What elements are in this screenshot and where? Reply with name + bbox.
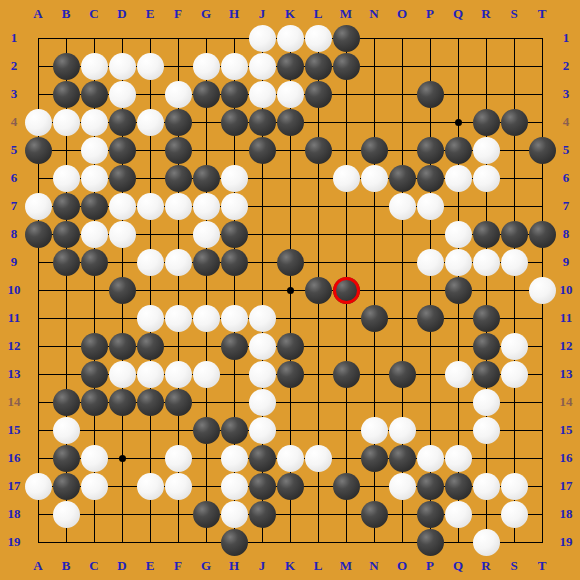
row-label-16: 16 (8, 450, 21, 466)
column-label-R: R (481, 6, 490, 22)
white-stone (445, 249, 472, 276)
black-stone (473, 333, 500, 360)
white-stone (501, 501, 528, 528)
row-label-7: 7 (11, 198, 18, 214)
column-label-F: F (174, 558, 182, 574)
row-label-11: 11 (560, 310, 572, 326)
black-stone (361, 305, 388, 332)
white-stone (137, 53, 164, 80)
row-label-17: 17 (560, 478, 573, 494)
white-stone (249, 53, 276, 80)
black-stone (417, 81, 444, 108)
column-label-E: E (146, 6, 155, 22)
go-board-window: AABBCCDDEEFFGGHHJJKKLLMMNNOOPPQQRRSSTT11… (0, 0, 580, 580)
column-label-K: K (285, 558, 295, 574)
white-stone (361, 165, 388, 192)
black-stone (445, 137, 472, 164)
black-stone (221, 221, 248, 248)
column-label-O: O (397, 6, 407, 22)
column-label-F: F (174, 6, 182, 22)
black-stone (361, 137, 388, 164)
white-stone (445, 501, 472, 528)
column-label-J: J (259, 6, 266, 22)
white-stone (277, 81, 304, 108)
grid-line-horizontal (38, 318, 543, 319)
white-stone (277, 445, 304, 472)
white-stone (249, 361, 276, 388)
black-stone (305, 81, 332, 108)
black-stone (221, 249, 248, 276)
column-label-O: O (397, 558, 407, 574)
white-stone (165, 305, 192, 332)
black-stone (53, 221, 80, 248)
white-stone (165, 473, 192, 500)
column-label-T: T (538, 558, 547, 574)
row-label-13: 13 (8, 366, 21, 382)
white-stone (137, 473, 164, 500)
black-stone (417, 501, 444, 528)
black-stone (53, 389, 80, 416)
white-stone (25, 473, 52, 500)
white-stone (445, 165, 472, 192)
row-label-6: 6 (563, 170, 570, 186)
white-stone (81, 165, 108, 192)
white-stone (53, 165, 80, 192)
white-stone (501, 361, 528, 388)
black-stone (333, 53, 360, 80)
row-label-19: 19 (560, 534, 573, 550)
row-label-9: 9 (11, 254, 18, 270)
white-stone (193, 193, 220, 220)
white-stone (361, 417, 388, 444)
white-stone (193, 305, 220, 332)
black-stone (473, 109, 500, 136)
white-stone (389, 473, 416, 500)
black-stone (277, 249, 304, 276)
column-label-N: N (369, 558, 378, 574)
white-stone (137, 193, 164, 220)
row-label-18: 18 (560, 506, 573, 522)
white-stone (389, 417, 416, 444)
column-label-T: T (538, 6, 547, 22)
column-label-E: E (146, 558, 155, 574)
black-stone (137, 389, 164, 416)
black-stone (305, 277, 332, 304)
white-stone (445, 221, 472, 248)
black-stone (109, 165, 136, 192)
column-label-G: G (201, 6, 211, 22)
column-label-S: S (510, 558, 517, 574)
row-label-6: 6 (11, 170, 18, 186)
black-stone (277, 361, 304, 388)
row-label-13: 13 (560, 366, 573, 382)
black-stone (277, 473, 304, 500)
column-label-C: C (89, 558, 98, 574)
black-stone (193, 81, 220, 108)
white-stone (165, 361, 192, 388)
black-stone (109, 137, 136, 164)
black-stone (221, 333, 248, 360)
black-stone (333, 361, 360, 388)
white-stone (109, 361, 136, 388)
black-stone (249, 473, 276, 500)
white-stone (277, 25, 304, 52)
white-stone (193, 361, 220, 388)
black-stone (221, 529, 248, 556)
black-stone (81, 193, 108, 220)
white-stone (165, 249, 192, 276)
black-stone (249, 109, 276, 136)
white-stone (501, 333, 528, 360)
black-stone (25, 221, 52, 248)
white-stone (221, 445, 248, 472)
white-stone (53, 417, 80, 444)
black-stone (277, 53, 304, 80)
column-label-M: M (340, 558, 352, 574)
black-stone (417, 529, 444, 556)
column-label-A: A (33, 558, 42, 574)
row-label-18: 18 (8, 506, 21, 522)
white-stone (249, 305, 276, 332)
white-stone (109, 221, 136, 248)
white-stone (137, 305, 164, 332)
row-label-16: 16 (560, 450, 573, 466)
black-stone (277, 109, 304, 136)
row-label-3: 3 (11, 86, 18, 102)
white-stone (473, 529, 500, 556)
black-stone (361, 501, 388, 528)
row-label-8: 8 (563, 226, 570, 242)
black-stone (445, 473, 472, 500)
white-stone (305, 25, 332, 52)
white-stone (193, 53, 220, 80)
white-stone (221, 53, 248, 80)
column-label-K: K (285, 6, 295, 22)
column-label-S: S (510, 6, 517, 22)
column-label-H: H (229, 558, 239, 574)
column-label-P: P (426, 6, 434, 22)
black-stone (249, 445, 276, 472)
row-label-4: 4 (11, 114, 18, 130)
black-stone (165, 137, 192, 164)
white-stone (417, 445, 444, 472)
row-label-8: 8 (11, 226, 18, 242)
row-label-19: 19 (8, 534, 21, 550)
row-label-4: 4 (563, 114, 570, 130)
black-stone (165, 389, 192, 416)
column-label-R: R (481, 558, 490, 574)
black-stone (53, 445, 80, 472)
row-label-11: 11 (8, 310, 20, 326)
black-stone (109, 389, 136, 416)
white-stone (81, 473, 108, 500)
white-stone (473, 137, 500, 164)
black-stone (193, 417, 220, 444)
column-label-N: N (369, 6, 378, 22)
black-stone (389, 165, 416, 192)
black-stone (193, 249, 220, 276)
white-stone (473, 389, 500, 416)
row-label-3: 3 (563, 86, 570, 102)
white-stone (473, 165, 500, 192)
white-stone (473, 417, 500, 444)
row-label-1: 1 (11, 30, 18, 46)
column-label-L: L (314, 6, 323, 22)
white-stone (53, 501, 80, 528)
grid-line-horizontal (38, 542, 543, 543)
black-stone (361, 445, 388, 472)
white-stone (109, 193, 136, 220)
row-label-15: 15 (560, 422, 573, 438)
white-stone (109, 53, 136, 80)
white-stone (249, 389, 276, 416)
black-stone (333, 25, 360, 52)
black-stone (81, 389, 108, 416)
black-stone (53, 81, 80, 108)
white-stone (137, 361, 164, 388)
white-stone (221, 305, 248, 332)
black-stone (53, 53, 80, 80)
column-label-A: A (33, 6, 42, 22)
black-stone (445, 277, 472, 304)
white-stone (445, 445, 472, 472)
row-label-17: 17 (8, 478, 21, 494)
white-stone (81, 109, 108, 136)
column-label-H: H (229, 6, 239, 22)
last-move-marker (333, 277, 360, 304)
row-label-14: 14 (560, 394, 573, 410)
black-stone (25, 137, 52, 164)
black-stone (473, 305, 500, 332)
row-label-12: 12 (560, 338, 573, 354)
black-stone (109, 333, 136, 360)
black-stone (249, 501, 276, 528)
black-stone (221, 109, 248, 136)
white-stone (417, 249, 444, 276)
white-stone (221, 165, 248, 192)
column-label-L: L (314, 558, 323, 574)
white-stone (53, 109, 80, 136)
black-stone (417, 165, 444, 192)
column-label-B: B (62, 558, 71, 574)
row-label-9: 9 (563, 254, 570, 270)
black-stone (137, 333, 164, 360)
white-stone (445, 361, 472, 388)
column-label-P: P (426, 558, 434, 574)
black-stone (165, 165, 192, 192)
white-stone (109, 81, 136, 108)
white-stone (389, 193, 416, 220)
black-stone (529, 137, 556, 164)
column-label-C: C (89, 6, 98, 22)
row-label-10: 10 (560, 282, 573, 298)
white-stone (249, 333, 276, 360)
white-stone (81, 137, 108, 164)
row-label-5: 5 (563, 142, 570, 158)
column-label-M: M (340, 6, 352, 22)
row-label-12: 12 (8, 338, 21, 354)
column-label-G: G (201, 558, 211, 574)
black-stone (417, 473, 444, 500)
black-stone (221, 81, 248, 108)
row-label-15: 15 (8, 422, 21, 438)
white-stone (165, 81, 192, 108)
black-stone (473, 221, 500, 248)
column-label-D: D (117, 558, 126, 574)
black-stone (193, 501, 220, 528)
black-stone (53, 193, 80, 220)
black-stone (81, 333, 108, 360)
black-stone (501, 221, 528, 248)
black-stone (389, 361, 416, 388)
grid-line-horizontal (38, 430, 543, 431)
black-stone (81, 81, 108, 108)
black-stone (277, 333, 304, 360)
black-stone (333, 473, 360, 500)
black-stone (109, 109, 136, 136)
white-stone (473, 249, 500, 276)
column-label-Q: Q (453, 6, 463, 22)
black-stone (53, 249, 80, 276)
white-stone (249, 417, 276, 444)
black-stone (109, 277, 136, 304)
white-stone (81, 445, 108, 472)
column-label-J: J (259, 558, 266, 574)
row-label-10: 10 (8, 282, 21, 298)
white-stone (473, 473, 500, 500)
black-stone (53, 473, 80, 500)
white-stone (249, 25, 276, 52)
white-stone (81, 221, 108, 248)
white-stone (501, 249, 528, 276)
white-stone (221, 473, 248, 500)
black-stone (81, 249, 108, 276)
black-stone (165, 109, 192, 136)
black-stone (529, 221, 556, 248)
white-stone (221, 501, 248, 528)
white-stone (305, 445, 332, 472)
black-stone (389, 445, 416, 472)
white-stone (333, 165, 360, 192)
white-stone (417, 193, 444, 220)
black-stone (305, 137, 332, 164)
white-stone (501, 473, 528, 500)
row-label-14: 14 (8, 394, 21, 410)
white-stone (165, 445, 192, 472)
row-label-1: 1 (563, 30, 570, 46)
black-stone (193, 165, 220, 192)
black-stone (417, 305, 444, 332)
black-stone (221, 417, 248, 444)
column-label-B: B (62, 6, 71, 22)
black-stone (473, 361, 500, 388)
row-label-2: 2 (11, 58, 18, 74)
star-point (119, 455, 126, 462)
row-label-5: 5 (11, 142, 18, 158)
white-stone (249, 81, 276, 108)
white-stone (25, 109, 52, 136)
column-label-Q: Q (453, 558, 463, 574)
white-stone (137, 109, 164, 136)
white-stone (165, 193, 192, 220)
star-point (287, 287, 294, 294)
row-label-7: 7 (563, 198, 570, 214)
row-label-2: 2 (563, 58, 570, 74)
white-stone (193, 221, 220, 248)
white-stone (221, 193, 248, 220)
black-stone (501, 109, 528, 136)
black-stone (417, 137, 444, 164)
star-point (455, 119, 462, 126)
white-stone (25, 193, 52, 220)
white-stone (137, 249, 164, 276)
black-stone (249, 137, 276, 164)
black-stone (305, 53, 332, 80)
white-stone (529, 277, 556, 304)
column-label-D: D (117, 6, 126, 22)
white-stone (81, 53, 108, 80)
black-stone (81, 361, 108, 388)
